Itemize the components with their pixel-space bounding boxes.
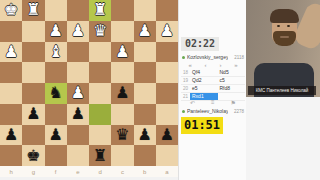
square[interactable] xyxy=(22,83,44,104)
black-p-piece: ♟ xyxy=(115,85,129,101)
square[interactable]: ♟ xyxy=(22,104,44,125)
square[interactable]: ♟ xyxy=(134,125,156,146)
player-top-rating: 2118 xyxy=(234,55,244,60)
game-panel: 02:22 Kozlovskiy_sergey 2118 « ‹ › » 18Q… xyxy=(178,0,246,180)
square[interactable]: ♛ xyxy=(89,21,111,42)
square[interactable] xyxy=(0,145,22,166)
square[interactable] xyxy=(134,0,156,21)
square[interactable] xyxy=(134,62,156,83)
move-cell[interactable]: Nd5 xyxy=(218,69,246,76)
square[interactable] xyxy=(156,42,178,63)
streamer-mouth xyxy=(280,36,289,38)
square[interactable] xyxy=(134,42,156,63)
square[interactable] xyxy=(111,62,133,83)
square[interactable]: ♟ xyxy=(156,125,178,146)
move-number: 19 xyxy=(181,78,190,83)
square[interactable] xyxy=(67,145,89,166)
square[interactable] xyxy=(156,145,178,166)
white-p-piece: ♟ xyxy=(4,44,18,60)
square[interactable] xyxy=(89,62,111,83)
webcam-feed: КМС Пантелеев Николай xyxy=(246,0,320,97)
square[interactable] xyxy=(67,0,89,21)
square[interactable] xyxy=(22,42,44,63)
square[interactable]: ♜ xyxy=(22,0,44,21)
black-p-piece: ♟ xyxy=(48,127,62,143)
square[interactable]: ♞ xyxy=(45,83,67,104)
square[interactable] xyxy=(111,0,133,21)
streamer-eye xyxy=(287,25,290,27)
square[interactable]: ♜ xyxy=(89,145,111,166)
move-nav: « ‹ › » xyxy=(182,62,244,68)
square[interactable]: ♚ xyxy=(22,145,44,166)
square[interactable] xyxy=(0,21,22,42)
move-list[interactable]: 18Qf4Nd519Qd2c520e5Rfd821Rxd1 xyxy=(181,69,245,101)
black-k-piece: ♚ xyxy=(26,148,40,164)
file-label: d xyxy=(89,169,111,175)
square[interactable]: ♟ xyxy=(111,42,133,63)
white-k-piece: ♚ xyxy=(4,2,18,18)
black-n-piece: ♞ xyxy=(48,85,62,101)
square[interactable] xyxy=(0,104,22,125)
square[interactable] xyxy=(45,62,67,83)
player-bottom-row[interactable]: Panteleev_Nikolay 2278 xyxy=(182,107,244,115)
square[interactable] xyxy=(89,42,111,63)
white-p-piece: ♟ xyxy=(71,85,85,101)
square[interactable] xyxy=(22,125,44,146)
square[interactable]: ♟ xyxy=(0,125,22,146)
black-p-piece: ♟ xyxy=(71,106,85,122)
takeback-icon[interactable]: ↶ xyxy=(190,99,195,106)
file-label: b xyxy=(134,169,156,175)
square[interactable]: ♛ xyxy=(111,125,133,146)
square[interactable] xyxy=(67,125,89,146)
online-dot xyxy=(182,110,185,113)
move-cell[interactable]: Rfd8 xyxy=(218,85,246,92)
white-r-piece: ♜ xyxy=(26,2,40,18)
menu-icon[interactable]: ≡ xyxy=(211,99,215,105)
square[interactable] xyxy=(156,104,178,125)
square[interactable]: ♚ xyxy=(0,0,22,21)
white-r-piece: ♜ xyxy=(93,2,107,18)
white-p-piece: ♟ xyxy=(71,23,85,39)
flag-icon[interactable]: ⚑ xyxy=(231,99,236,106)
square[interactable]: ♟ xyxy=(0,42,22,63)
file-label: h xyxy=(0,169,22,175)
move-cell[interactable]: Qd2 xyxy=(190,77,218,84)
chess-board[interactable]: ♚♜♜♟♟♛♟♟♟♝♟♞♟♟♟♟♟♟♛♟♟♚♜ xyxy=(0,0,178,166)
streamer-hair xyxy=(270,9,299,23)
streamer-eye xyxy=(277,25,280,27)
black-r-piece: ♜ xyxy=(93,148,107,164)
nav-prev-icon[interactable]: ‹ xyxy=(205,62,207,68)
file-label: f xyxy=(45,169,67,175)
square[interactable]: ♟ xyxy=(67,104,89,125)
move-cell[interactable]: e5 xyxy=(190,85,218,92)
square[interactable] xyxy=(45,104,67,125)
square[interactable]: ♟ xyxy=(67,83,89,104)
nav-last-icon[interactable]: » xyxy=(234,62,237,68)
square[interactable] xyxy=(89,104,111,125)
square[interactable] xyxy=(45,0,67,21)
clock-top: 02:22 xyxy=(181,37,219,51)
square[interactable] xyxy=(67,42,89,63)
square[interactable] xyxy=(156,62,178,83)
square[interactable] xyxy=(111,104,133,125)
square[interactable]: ♟ xyxy=(111,83,133,104)
white-b-piece: ♝ xyxy=(48,44,62,60)
square[interactable] xyxy=(89,83,111,104)
square[interactable]: ♟ xyxy=(134,21,156,42)
move-number: 18 xyxy=(181,70,190,75)
square[interactable]: ♝ xyxy=(45,42,67,63)
move-number: 20 xyxy=(181,86,190,91)
nav-first-icon[interactable]: « xyxy=(188,62,191,68)
file-label: c xyxy=(111,169,133,175)
move-row: 20e5Rfd8 xyxy=(181,85,245,93)
file-label: a xyxy=(156,169,178,175)
nav-next-icon[interactable]: › xyxy=(219,62,221,68)
file-label: e xyxy=(67,169,89,175)
square[interactable] xyxy=(22,62,44,83)
square[interactable] xyxy=(67,62,89,83)
black-p-piece: ♟ xyxy=(26,106,40,122)
square[interactable]: ♟ xyxy=(45,21,67,42)
square[interactable] xyxy=(0,83,22,104)
move-row: 19Qd2c5 xyxy=(181,77,245,85)
move-cell[interactable]: Qf4 xyxy=(190,69,218,76)
square[interactable]: ♜ xyxy=(89,0,111,21)
player-top-row[interactable]: Kozlovskiy_sergey 2118 xyxy=(182,53,244,61)
square[interactable]: ♟ xyxy=(45,125,67,146)
white-q-piece: ♛ xyxy=(93,23,107,39)
black-p-piece: ♟ xyxy=(137,127,151,143)
player-top-name: Kozlovskiy_sergey xyxy=(187,54,228,60)
player-bottom-name: Panteleev_Nikolay xyxy=(187,108,228,114)
streamer-beard xyxy=(273,31,296,46)
square[interactable]: ♟ xyxy=(156,21,178,42)
square[interactable] xyxy=(111,145,133,166)
black-p-piece: ♟ xyxy=(4,127,18,143)
square[interactable] xyxy=(134,104,156,125)
move-row: 18Qf4Nd5 xyxy=(181,69,245,77)
square[interactable] xyxy=(89,125,111,146)
square[interactable] xyxy=(134,83,156,104)
stream-screenshot: ♚♜♜♟♟♛♟♟♟♝♟♞♟♟♟♟♟♟♛♟♟♚♜ hgfedcba 02:22 K… xyxy=(0,0,320,180)
empty-area xyxy=(246,97,320,180)
square[interactable]: ♟ xyxy=(67,21,89,42)
square[interactable] xyxy=(156,83,178,104)
black-p-piece: ♟ xyxy=(160,127,174,143)
square[interactable] xyxy=(45,145,67,166)
black-q-piece: ♛ xyxy=(115,127,129,143)
online-dot xyxy=(182,56,185,59)
webcam-name-label: КМС Пантелеев Николай xyxy=(248,86,316,95)
file-label: g xyxy=(22,169,44,175)
white-p-piece: ♟ xyxy=(137,23,151,39)
square[interactable] xyxy=(134,145,156,166)
square[interactable] xyxy=(111,21,133,42)
player-bottom-rating: 2278 xyxy=(234,109,244,114)
file-coordinates: hgfedcba xyxy=(0,166,178,177)
action-icons: ↶ ≡ ⚑ xyxy=(182,98,244,106)
move-cell[interactable]: c5 xyxy=(218,77,246,84)
white-p-piece: ♟ xyxy=(115,44,129,60)
square[interactable] xyxy=(156,0,178,21)
square[interactable] xyxy=(0,62,22,83)
white-p-piece: ♟ xyxy=(48,23,62,39)
white-p-piece: ♟ xyxy=(160,23,174,39)
clock-bottom-active: 01:51 xyxy=(181,117,223,134)
square[interactable] xyxy=(22,21,44,42)
